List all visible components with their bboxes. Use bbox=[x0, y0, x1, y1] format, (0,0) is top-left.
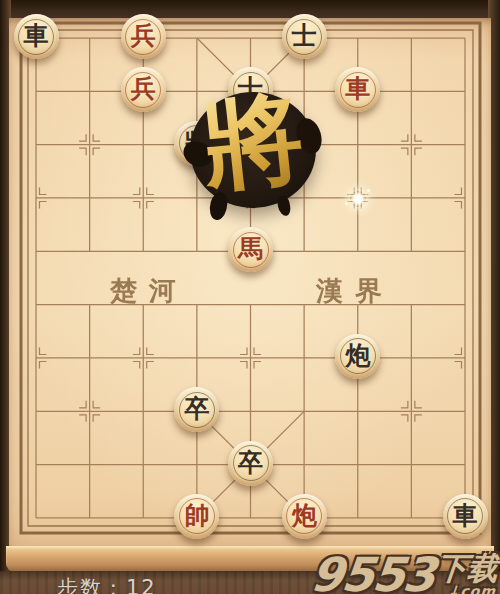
piece-black-advisor[interactable]: 士 bbox=[282, 14, 327, 59]
piece-character: 兵 bbox=[131, 76, 156, 101]
check-text: 將 bbox=[184, 72, 323, 214]
piece-character: 車 bbox=[453, 503, 478, 528]
piece-black-cannon[interactable]: 炮 bbox=[335, 334, 380, 379]
check-announcement-overlay: 將 bbox=[190, 92, 316, 208]
piece-character: 卒 bbox=[238, 450, 263, 475]
piece-character: 帥 bbox=[184, 503, 209, 528]
watermark-cn: 下载 bbox=[435, 553, 500, 584]
step-counter: 步数：12 bbox=[57, 574, 157, 594]
piece-character: 車 bbox=[345, 76, 370, 101]
move-sparkle-effect bbox=[350, 191, 366, 207]
watermark: 9553 下载 ↓com bbox=[309, 551, 500, 594]
watermark-com: ↓com bbox=[447, 584, 497, 594]
piece-character: 兵 bbox=[131, 23, 156, 48]
piece-character: 炮 bbox=[292, 503, 317, 528]
piece-character: 士 bbox=[292, 23, 317, 48]
piece-black-chariot[interactable]: 車 bbox=[443, 494, 488, 539]
piece-red-soldier[interactable]: 兵 bbox=[121, 14, 166, 59]
piece-character: 馬 bbox=[238, 236, 263, 261]
piece-red-general[interactable]: 帥 bbox=[174, 494, 219, 539]
piece-black-soldier[interactable]: 卒 bbox=[174, 387, 219, 432]
piece-black-soldier[interactable]: 卒 bbox=[228, 441, 273, 486]
piece-black-chariot[interactable]: 車 bbox=[14, 14, 59, 59]
piece-red-horse[interactable]: 馬 bbox=[228, 227, 273, 272]
xiangqi-game-screen: 楚河 漢界 車兵士兵士車將馬炮卒卒帥炮車 將 步数：12 9553 下载 ↓co… bbox=[0, 0, 500, 594]
piece-character: 車 bbox=[24, 23, 49, 48]
piece-red-chariot[interactable]: 車 bbox=[335, 67, 380, 112]
piece-character: 炮 bbox=[345, 343, 370, 368]
piece-red-cannon[interactable]: 炮 bbox=[282, 494, 327, 539]
piece-character: 卒 bbox=[184, 396, 209, 421]
watermark-number: 9553 bbox=[309, 551, 437, 594]
piece-red-soldier[interactable]: 兵 bbox=[121, 67, 166, 112]
